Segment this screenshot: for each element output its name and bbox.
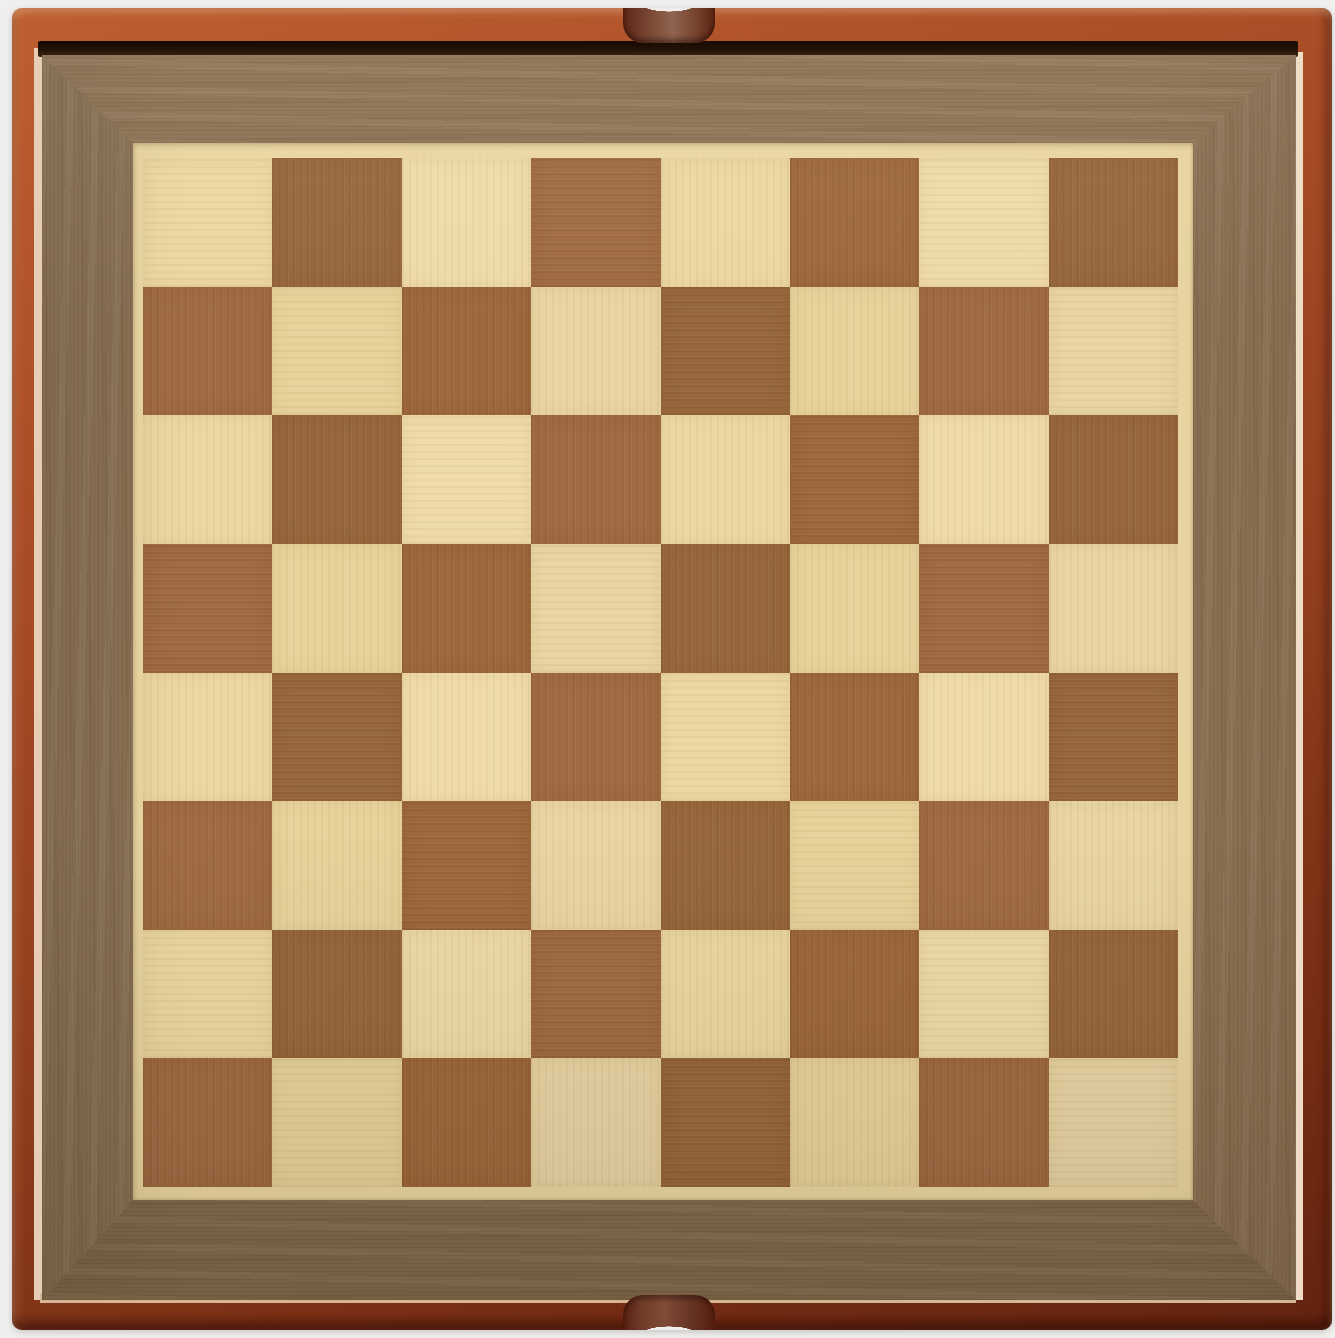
square-e2[interactable]: [661, 930, 790, 1059]
square-c7[interactable]: [402, 287, 531, 416]
square-g3[interactable]: [919, 801, 1048, 930]
square-c6[interactable]: [402, 415, 531, 544]
walnut-border-left: [42, 55, 133, 1300]
playing-grid: [143, 158, 1178, 1187]
square-f8[interactable]: [790, 158, 919, 287]
square-d8[interactable]: [531, 158, 660, 287]
square-e8[interactable]: [661, 158, 790, 287]
square-g7[interactable]: [919, 287, 1048, 416]
square-e1[interactable]: [661, 1058, 790, 1187]
square-a1[interactable]: [143, 1058, 272, 1187]
walnut-border-top: [42, 55, 1296, 143]
square-h8[interactable]: [1049, 158, 1178, 287]
square-d4[interactable]: [531, 673, 660, 802]
square-f4[interactable]: [790, 673, 919, 802]
chessboard: [42, 55, 1296, 1300]
square-c4[interactable]: [402, 673, 531, 802]
square-d7[interactable]: [531, 287, 660, 416]
square-h4[interactable]: [1049, 673, 1178, 802]
square-f7[interactable]: [790, 287, 919, 416]
square-e3[interactable]: [661, 801, 790, 930]
square-f3[interactable]: [790, 801, 919, 930]
square-d2[interactable]: [531, 930, 660, 1059]
square-e4[interactable]: [661, 673, 790, 802]
square-h7[interactable]: [1049, 287, 1178, 416]
walnut-border-bottom: [42, 1200, 1296, 1300]
square-d6[interactable]: [531, 415, 660, 544]
top-finger-notch: [623, 8, 715, 43]
square-h3[interactable]: [1049, 801, 1178, 930]
field-margin: [133, 143, 1193, 1200]
square-g4[interactable]: [919, 673, 1048, 802]
square-g8[interactable]: [919, 158, 1048, 287]
square-b8[interactable]: [272, 158, 401, 287]
square-e6[interactable]: [661, 415, 790, 544]
square-f1[interactable]: [790, 1058, 919, 1187]
square-h2[interactable]: [1049, 930, 1178, 1059]
square-c8[interactable]: [402, 158, 531, 287]
square-f2[interactable]: [790, 930, 919, 1059]
square-g1[interactable]: [919, 1058, 1048, 1187]
square-c1[interactable]: [402, 1058, 531, 1187]
square-a8[interactable]: [143, 158, 272, 287]
square-h1[interactable]: [1049, 1058, 1178, 1187]
square-a6[interactable]: [143, 415, 272, 544]
square-b1[interactable]: [272, 1058, 401, 1187]
square-a3[interactable]: [143, 801, 272, 930]
square-b5[interactable]: [272, 544, 401, 673]
square-g6[interactable]: [919, 415, 1048, 544]
square-a2[interactable]: [143, 930, 272, 1059]
square-c5[interactable]: [402, 544, 531, 673]
bottom-finger-notch: [623, 1295, 715, 1330]
square-b6[interactable]: [272, 415, 401, 544]
square-a5[interactable]: [143, 544, 272, 673]
square-a7[interactable]: [143, 287, 272, 416]
square-d5[interactable]: [531, 544, 660, 673]
square-e5[interactable]: [661, 544, 790, 673]
square-b3[interactable]: [272, 801, 401, 930]
square-h5[interactable]: [1049, 544, 1178, 673]
square-g2[interactable]: [919, 930, 1048, 1059]
square-b2[interactable]: [272, 930, 401, 1059]
square-b4[interactable]: [272, 673, 401, 802]
walnut-border-right: [1193, 55, 1296, 1300]
square-d3[interactable]: [531, 801, 660, 930]
square-f6[interactable]: [790, 415, 919, 544]
square-d1[interactable]: [531, 1058, 660, 1187]
square-e7[interactable]: [661, 287, 790, 416]
square-h6[interactable]: [1049, 415, 1178, 544]
square-c2[interactable]: [402, 930, 531, 1059]
square-f5[interactable]: [790, 544, 919, 673]
square-c3[interactable]: [402, 801, 531, 930]
board-photo: [0, 0, 1335, 1338]
square-b7[interactable]: [272, 287, 401, 416]
square-g5[interactable]: [919, 544, 1048, 673]
square-a4[interactable]: [143, 673, 272, 802]
